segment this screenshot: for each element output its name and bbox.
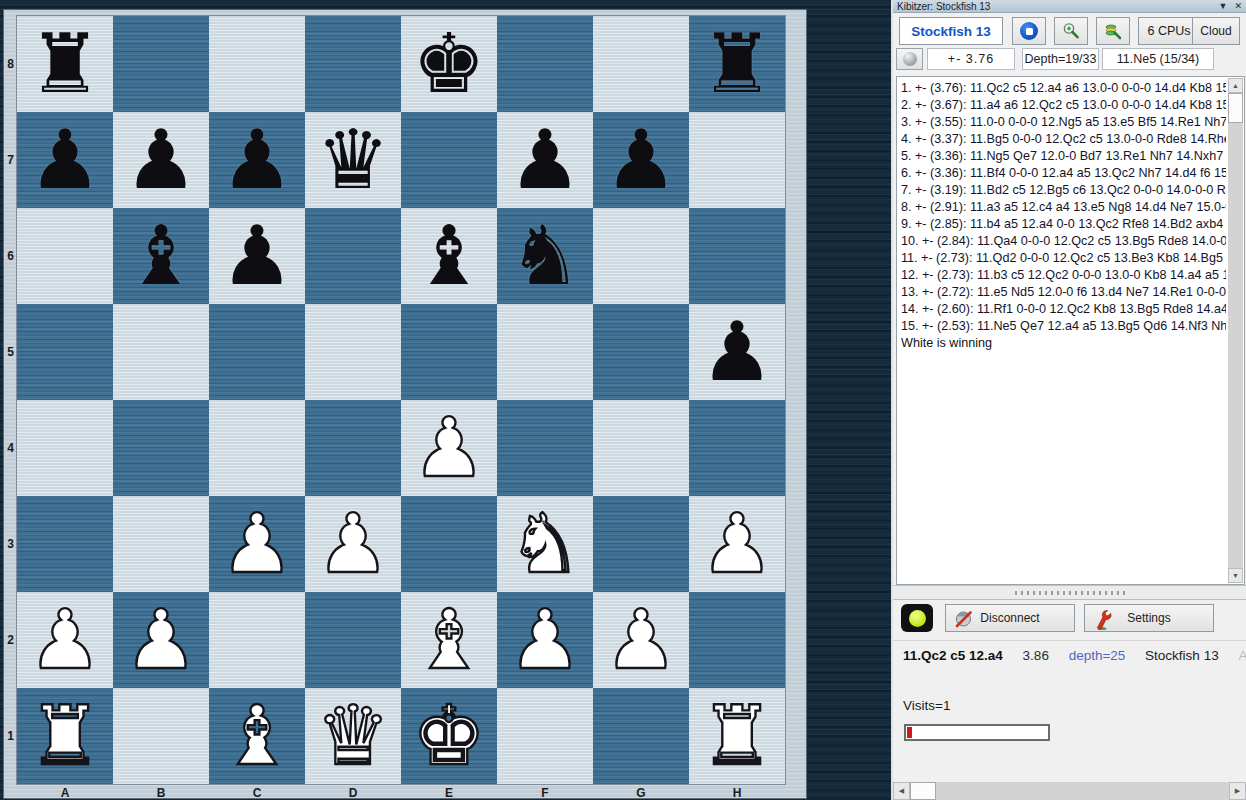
engine-line-9[interactable]: 9. +- (2.85): 11.b4 a5 12.a4 0-0 13.Qc2 … [901, 216, 1226, 233]
cloud-engine-footer: Disconnect Settings 11.Qc2 c5 12.a4 3.86… [893, 600, 1246, 800]
kibitzer-titlebar[interactable]: Kibitzer: Stockfish 13 ▼ ✕ [893, 0, 1246, 13]
square-e7[interactable] [401, 112, 497, 208]
square-h3[interactable]: ♟ [689, 496, 785, 592]
magnifier-database-icon [1103, 21, 1123, 41]
footer-engine: Stockfish 13 [1145, 648, 1219, 663]
piece-white-rook[interactable]: ♜ [28, 688, 102, 784]
square-h6[interactable] [689, 208, 785, 304]
cloud-analysis-summary: 11.Qc2 c5 12.a4 3.86 depth=25 Stockfish … [903, 648, 1246, 668]
piece-white-king[interactable]: ♚ [412, 688, 486, 784]
panel-splitter[interactable] [893, 585, 1246, 600]
square-e5[interactable] [401, 304, 497, 400]
square-e2[interactable]: ♝ [401, 592, 497, 688]
square-b5[interactable] [113, 304, 209, 400]
assessment-text: White is winning [901, 335, 1226, 352]
square-a6[interactable] [17, 208, 113, 304]
magnifier-plus-icon [1061, 21, 1081, 41]
engine-state-indicator[interactable] [896, 48, 923, 70]
piece-black-bishop[interactable]: ♝ [124, 208, 198, 304]
square-d2[interactable] [305, 592, 401, 688]
rank-label-2: 2 [4, 592, 17, 688]
square-g8[interactable] [593, 16, 689, 112]
piece-black-pawn[interactable]: ♟ [508, 112, 582, 208]
scrollbar-thumb[interactable] [1228, 93, 1243, 123]
rank-label-6: 6 [4, 208, 17, 304]
engine-status-row: +- 3.76 Depth=19/33 11.Ne5 (15/34) [896, 48, 1240, 71]
square-g4[interactable] [593, 400, 689, 496]
footer-author: Avetik Gr [1238, 648, 1246, 663]
piece-black-pawn[interactable]: ♟ [220, 112, 294, 208]
square-f3[interactable]: ♞ [497, 496, 593, 592]
horizontal-scrollbar[interactable]: ◀ ▶ [893, 782, 1246, 800]
square-d1[interactable]: ♛ [305, 688, 401, 784]
piece-white-bishop[interactable]: ♝ [412, 592, 486, 688]
piece-white-pawn[interactable]: ♟ [220, 496, 294, 592]
engine-line-14[interactable]: 14. +- (2.60): 11.Rf1 0-0-0 12.Qc2 Kb8 1… [901, 301, 1226, 318]
square-b2[interactable]: ♟ [113, 592, 209, 688]
disconnect-icon [954, 609, 974, 629]
piece-white-pawn[interactable]: ♟ [28, 592, 102, 688]
collapse-icon[interactable]: ▼ [1219, 0, 1228, 13]
evaluation-field: +- 3.76 [927, 48, 1015, 70]
square-a4[interactable] [17, 400, 113, 496]
engine-line-6[interactable]: 6. +- (3.36): 11.Bf4 0-0-0 12.a4 a5 13.Q… [901, 165, 1226, 182]
scroll-right-icon[interactable]: ▶ [1229, 782, 1246, 800]
cloud-button[interactable]: Cloud [1192, 17, 1240, 45]
square-h8[interactable]: ♜ [689, 16, 785, 112]
cpus-button[interactable]: 6 CPUs [1138, 17, 1200, 45]
square-d6[interactable] [305, 208, 401, 304]
square-a8[interactable]: ♜ [17, 16, 113, 112]
square-a5[interactable] [17, 304, 113, 400]
square-h5[interactable]: ♟ [689, 304, 785, 400]
square-e3[interactable] [401, 496, 497, 592]
engine-toolbar: Stockfish 13 6 CPUs [899, 17, 1240, 45]
engine-line-3[interactable]: 3. +- (3.55): 11.0-0 0-0-0 12.Ng5 a5 13.… [901, 114, 1226, 131]
scroll-down-icon[interactable]: ▼ [1228, 568, 1243, 583]
rank-label-7: 7 [4, 112, 17, 208]
analysis-button[interactable] [1054, 17, 1088, 45]
engine-line-10[interactable]: 10. +- (2.84): 11.Qa4 0-0-0 12.Qc2 c5 13… [901, 233, 1226, 250]
square-c7[interactable]: ♟ [209, 112, 305, 208]
file-label-e: E [401, 786, 497, 800]
scroll-left-icon[interactable]: ◀ [893, 782, 910, 800]
square-g2[interactable]: ♟ [593, 592, 689, 688]
engine-line-2[interactable]: 2. +- (3.67): 11.a4 a6 12.Qc2 c5 13.0-0 … [901, 97, 1226, 114]
engine-line-1[interactable]: 1. +- (3.76): 11.Qc2 c5 12.a4 a6 13.0-0 … [901, 80, 1226, 97]
hscrollbar-thumb[interactable] [910, 782, 936, 800]
progress-bar [904, 724, 1050, 741]
vertical-scrollbar[interactable]: ▲ ▼ [1228, 78, 1243, 583]
piece-white-pawn[interactable]: ♟ [124, 592, 198, 688]
chess-board-frame: 87654321 ♜♚♜♟♟♟♛♟♟♝♟♝♞♟♟♟♟♞♟♟♟♝♟♟♜♝♛♚♜ A… [4, 10, 806, 798]
engine-line-12[interactable]: 12. +- (2.73): 11.b3 c5 12.Qc2 0-0-0 13.… [901, 267, 1226, 284]
green-lamp-icon [909, 610, 926, 627]
file-label-a: A [17, 786, 113, 800]
piece-black-rook[interactable]: ♜ [700, 16, 774, 112]
rank-labels: 87654321 [4, 16, 17, 784]
square-e8[interactable]: ♚ [401, 16, 497, 112]
connection-status-light[interactable] [901, 604, 933, 632]
settings-label: Settings [1127, 611, 1170, 625]
square-g7[interactable]: ♟ [593, 112, 689, 208]
square-f1[interactable] [497, 688, 593, 784]
kibitzer-title: Kibitzer: Stockfish 13 [897, 1, 1212, 12]
engine-line-13[interactable]: 13. +- (2.72): 11.e5 Nd5 12.0-0 f6 13.d4… [901, 284, 1226, 301]
disconnect-button[interactable]: Disconnect [945, 604, 1075, 632]
file-label-d: D [305, 786, 401, 800]
piece-black-pawn[interactable]: ♟ [700, 304, 774, 400]
square-f4[interactable] [497, 400, 593, 496]
square-c3[interactable]: ♟ [209, 496, 305, 592]
piece-white-rook[interactable]: ♜ [700, 688, 774, 784]
square-a7[interactable]: ♟ [17, 112, 113, 208]
piece-white-bishop[interactable]: ♝ [220, 688, 294, 784]
piece-white-queen[interactable]: ♛ [316, 688, 390, 784]
piece-black-pawn[interactable]: ♟ [604, 112, 678, 208]
rank-label-1: 1 [4, 688, 17, 784]
engine-name-button[interactable]: Stockfish 13 [899, 17, 1003, 45]
piece-white-knight[interactable]: ♞ [508, 496, 582, 592]
piece-white-pawn[interactable]: ♟ [604, 592, 678, 688]
square-g3[interactable] [593, 496, 689, 592]
square-b4[interactable] [113, 400, 209, 496]
piece-white-pawn[interactable]: ♟ [508, 592, 582, 688]
engine-line-11[interactable]: 11. +- (2.73): 11.Qd2 0-0-0 12.Qc2 c5 13… [901, 250, 1226, 267]
square-h1[interactable]: ♜ [689, 688, 785, 784]
file-label-f: F [497, 786, 593, 800]
square-d5[interactable] [305, 304, 401, 400]
square-a3[interactable] [17, 496, 113, 592]
file-label-g: G [593, 786, 689, 800]
analysis-lines[interactable]: 1. +- (3.76): 11.Qc2 c5 12.a4 a6 13.0-0 … [901, 80, 1226, 582]
square-h2[interactable] [689, 592, 785, 688]
analysis-lines-box: 1. +- (3.76): 11.Qc2 c5 12.a4 a6 13.0-0 … [896, 76, 1245, 585]
rank-label-5: 5 [4, 304, 17, 400]
piece-black-bishop[interactable]: ♝ [412, 208, 486, 304]
file-labels: ABCDEFGH [17, 786, 785, 799]
visits-label: Visits=1 [903, 698, 950, 713]
piece-black-knight[interactable]: ♞ [508, 208, 582, 304]
engine-line-7[interactable]: 7. +- (3.19): 11.Bd2 c5 12.Bg5 c6 13.Qc2… [901, 182, 1226, 199]
piece-black-queen[interactable]: ♛ [316, 112, 390, 208]
square-h4[interactable] [689, 400, 785, 496]
chess-board[interactable]: ♜♚♜♟♟♟♛♟♟♝♟♝♞♟♟♟♟♞♟♟♟♝♟♟♜♝♛♚♜ [17, 16, 785, 784]
square-g5[interactable] [593, 304, 689, 400]
square-d7[interactable]: ♛ [305, 112, 401, 208]
footer-eval: 3.86 [1023, 648, 1049, 663]
square-d8[interactable] [305, 16, 401, 112]
engine-line-15[interactable]: 15. +- (2.53): 11.Ne5 Qe7 12.a4 a5 13.Bg… [901, 318, 1226, 335]
rank-label-4: 4 [4, 400, 17, 496]
rank-label-3: 3 [4, 496, 17, 592]
piece-black-pawn[interactable]: ♟ [220, 208, 294, 304]
square-b1[interactable] [113, 688, 209, 784]
square-b8[interactable] [113, 16, 209, 112]
piece-black-pawn[interactable]: ♟ [124, 112, 198, 208]
stop-icon [1020, 22, 1038, 40]
square-c4[interactable] [209, 400, 305, 496]
square-e6[interactable]: ♝ [401, 208, 497, 304]
piece-black-king[interactable]: ♚ [412, 16, 486, 112]
splitter-handle[interactable] [1015, 591, 1125, 595]
square-b3[interactable] [113, 496, 209, 592]
engine-line-8[interactable]: 8. +- (2.91): 11.a3 a5 12.c4 a4 13.e5 Ng… [901, 199, 1226, 216]
square-c2[interactable] [209, 592, 305, 688]
settings-button[interactable]: Settings [1084, 604, 1214, 632]
square-a1[interactable]: ♜ [17, 688, 113, 784]
piece-white-pawn[interactable]: ♟ [700, 496, 774, 592]
square-f6[interactable]: ♞ [497, 208, 593, 304]
square-b7[interactable]: ♟ [113, 112, 209, 208]
engine-line-4[interactable]: 4. +- (3.37): 11.Bg5 0-0-0 12.Qc2 c5 13.… [901, 131, 1226, 148]
square-c8[interactable] [209, 16, 305, 112]
stop-engine-button[interactable] [1012, 17, 1046, 45]
square-f8[interactable] [497, 16, 593, 112]
piece-black-rook[interactable]: ♜ [28, 16, 102, 112]
square-a2[interactable]: ♟ [17, 592, 113, 688]
gray-ball-icon [903, 52, 917, 66]
square-f2[interactable]: ♟ [497, 592, 593, 688]
scroll-up-icon[interactable]: ▲ [1228, 78, 1243, 93]
square-d4[interactable] [305, 400, 401, 496]
piece-black-pawn[interactable]: ♟ [28, 112, 102, 208]
progress-fill [907, 727, 912, 738]
square-f7[interactable]: ♟ [497, 112, 593, 208]
square-c1[interactable]: ♝ [209, 688, 305, 784]
current-move-field: 11.Ne5 (15/34) [1102, 48, 1214, 70]
rank-label-8: 8 [4, 16, 17, 112]
file-label-c: C [209, 786, 305, 800]
screenshot-root: 87654321 ♜♚♜♟♟♟♛♟♟♝♟♝♞♟♟♟♟♞♟♟♟♝♟♟♜♝♛♚♜ A… [0, 0, 1246, 800]
square-c5[interactable] [209, 304, 305, 400]
file-label-b: B [113, 786, 209, 800]
depth-field: Depth=19/33 [1022, 48, 1099, 70]
close-icon[interactable]: ✕ [1234, 0, 1242, 13]
piece-white-pawn[interactable]: ♟ [316, 496, 390, 592]
square-f5[interactable] [497, 304, 593, 400]
square-e4[interactable]: ♟ [401, 400, 497, 496]
file-label-h: H [689, 786, 785, 800]
deep-analysis-button[interactable] [1096, 17, 1130, 45]
disconnect-label: Disconnect [980, 611, 1039, 625]
square-h7[interactable] [689, 112, 785, 208]
square-c6[interactable]: ♟ [209, 208, 305, 304]
square-b6[interactable]: ♝ [113, 208, 209, 304]
square-g1[interactable] [593, 688, 689, 784]
footer-divider [893, 640, 1246, 641]
piece-white-pawn[interactable]: ♟ [412, 400, 486, 496]
engine-line-5[interactable]: 5. +- (3.36): 11.Ng5 Qe7 12.0-0 Bd7 13.R… [901, 148, 1226, 165]
wrench-icon [1093, 609, 1113, 631]
main-line: 11.Qc2 c5 12.a4 [903, 648, 1003, 663]
square-e1[interactable]: ♚ [401, 688, 497, 784]
kibitzer-panel: Kibitzer: Stockfish 13 ▼ ✕ Stockfish 13 [891, 0, 1246, 800]
square-g6[interactable] [593, 208, 689, 304]
footer-depth: depth=25 [1069, 648, 1126, 663]
square-d3[interactable]: ♟ [305, 496, 401, 592]
